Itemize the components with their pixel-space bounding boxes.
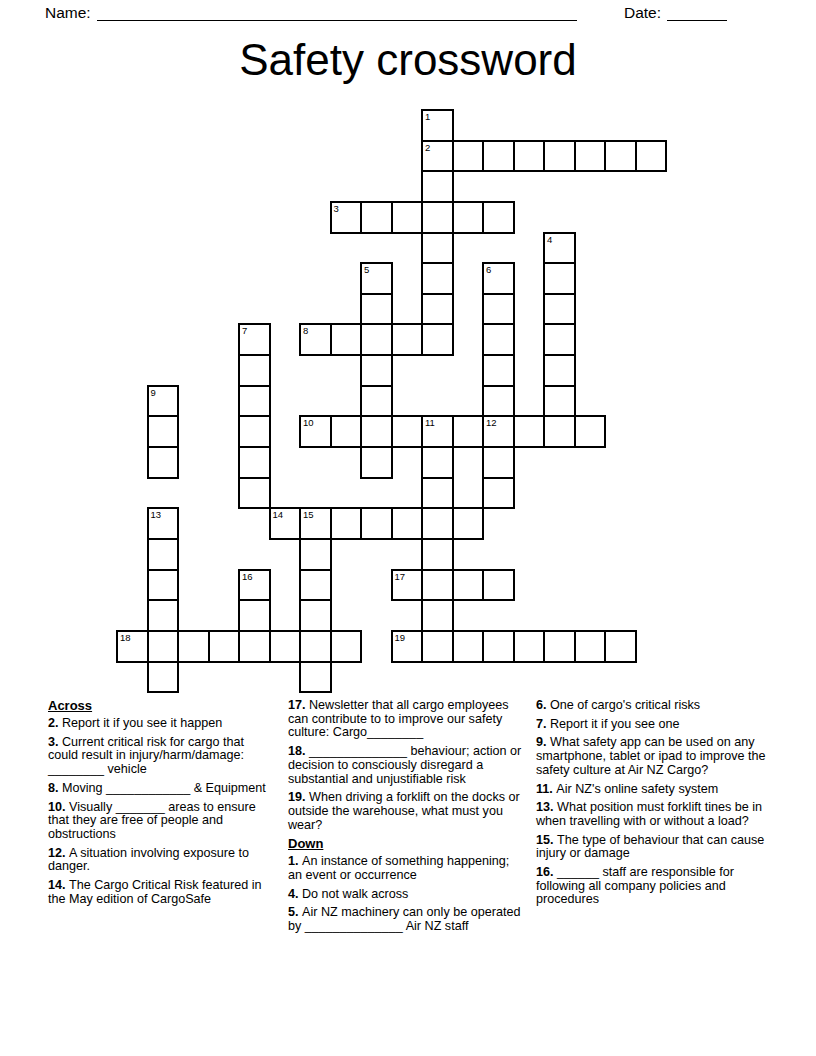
grid-cell-r5c8[interactable]: 5 xyxy=(361,263,392,294)
grid-cell-r3c9[interactable] xyxy=(392,202,423,233)
grid-cell-r16c6[interactable] xyxy=(300,600,331,631)
grid-cell-r10c12[interactable]: 12 xyxy=(483,416,514,447)
cell-number-19: 19 xyxy=(395,632,406,643)
grid-cell-r1c14[interactable] xyxy=(544,141,575,172)
name-blank-line xyxy=(97,6,577,21)
cell-number-3: 3 xyxy=(334,203,339,214)
grid-cell-r12c4[interactable] xyxy=(239,478,270,509)
grid-cell-r13c5[interactable]: 14 xyxy=(270,508,301,539)
clue-across-12: 12. A situation involving exposure to da… xyxy=(48,847,277,874)
grid-cell-r9c12[interactable] xyxy=(483,386,514,417)
clue-number-label: 1. xyxy=(288,854,302,868)
grid-cell-r10c14[interactable] xyxy=(544,416,575,447)
name-field: Name: xyxy=(45,4,577,21)
clue-number-label: 19. xyxy=(288,790,309,804)
down-header: Down xyxy=(288,837,525,851)
clue-down-7: 7. Report it if you see one xyxy=(536,718,771,732)
cell-number-10: 10 xyxy=(303,417,314,428)
grid-cell-r8c12[interactable] xyxy=(483,355,514,386)
grid-cell-r1c12[interactable] xyxy=(483,141,514,172)
grid-cell-r15c1[interactable] xyxy=(148,570,179,601)
clue-number-label: 11. xyxy=(536,782,556,796)
grid-cell-r7c12[interactable] xyxy=(483,324,514,355)
grid-cell-r7c8[interactable] xyxy=(361,324,392,355)
cell-number-7: 7 xyxy=(242,325,247,336)
cell-number-13: 13 xyxy=(151,509,162,520)
grid-cell-r13c1[interactable]: 13 xyxy=(148,508,179,539)
grid-cell-r17c12[interactable] xyxy=(483,631,514,662)
cell-number-12: 12 xyxy=(486,417,497,428)
grid-cell-r15c4[interactable]: 16 xyxy=(239,570,270,601)
grid-cell-r15c6[interactable] xyxy=(300,570,331,601)
cell-number-5: 5 xyxy=(364,264,369,275)
clue-number-label: 7. xyxy=(536,717,550,731)
grid-cell-r4c14[interactable]: 4 xyxy=(544,233,575,264)
crossword-grid: 12345678910111213141516171819 xyxy=(117,110,666,692)
grid-cell-r17c13[interactable] xyxy=(514,631,545,662)
grid-cell-r3c11[interactable] xyxy=(453,202,484,233)
grid-cell-r15c11[interactable] xyxy=(453,570,484,601)
grid-cell-r17c7[interactable] xyxy=(331,631,362,662)
grid-cell-r5c12[interactable]: 6 xyxy=(483,263,514,294)
grid-cell-r17c6[interactable] xyxy=(300,631,331,662)
cell-number-2: 2 xyxy=(425,142,430,153)
grid-cell-r8c14[interactable] xyxy=(544,355,575,386)
grid-cell-r17c16[interactable] xyxy=(605,631,636,662)
grid-cell-r17c11[interactable] xyxy=(453,631,484,662)
across-header: Across xyxy=(48,699,277,713)
grid-cell-r1c15[interactable] xyxy=(575,141,606,172)
grid-cell-r8c8[interactable] xyxy=(361,355,392,386)
grid-cell-r17c9[interactable]: 19 xyxy=(392,631,423,662)
grid-cell-r1c13[interactable] xyxy=(514,141,545,172)
grid-cell-r3c7[interactable]: 3 xyxy=(331,202,362,233)
grid-cell-r10c8[interactable] xyxy=(361,416,392,447)
clue-across-14: 14. The Cargo Critical Risk featured in … xyxy=(48,879,277,906)
grid-cell-r3c12[interactable] xyxy=(483,202,514,233)
cell-number-8: 8 xyxy=(303,325,308,336)
clue-number-label: 13. xyxy=(536,800,557,814)
grid-cell-r17c5[interactable] xyxy=(270,631,301,662)
grid-cell-r9c4[interactable] xyxy=(239,386,270,417)
clue-down-6: 6. One of cargo's critical risks xyxy=(536,699,771,713)
grid-cell-r18c6[interactable] xyxy=(300,662,331,693)
page-title: Safety crossword xyxy=(0,32,816,88)
grid-cell-r11c12[interactable] xyxy=(483,447,514,478)
clue-across-18: 18. ______________ behaviour; action or … xyxy=(288,745,525,786)
grid-cell-r10c10[interactable]: 11 xyxy=(422,416,453,447)
clue-number-label: 5. xyxy=(288,905,302,919)
name-label: Name: xyxy=(45,4,97,21)
grid-cell-r11c1[interactable] xyxy=(148,447,179,478)
date-blank-line xyxy=(667,6,727,21)
clue-number-label: 17. xyxy=(288,698,309,712)
grid-cell-r17c14[interactable] xyxy=(544,631,575,662)
grid-cell-r10c9[interactable] xyxy=(392,416,423,447)
grid-cell-r15c10[interactable] xyxy=(422,570,453,601)
grid-cell-r13c11[interactable] xyxy=(453,508,484,539)
grid-cell-r11c4[interactable] xyxy=(239,447,270,478)
clue-number-label: 4. xyxy=(288,887,302,901)
grid-cell-r10c6[interactable]: 10 xyxy=(300,416,331,447)
grid-cell-r1c11[interactable] xyxy=(453,141,484,172)
clue-down-16: 16. ______ staff are responsible for fol… xyxy=(536,866,771,907)
grid-cell-r7c7[interactable] xyxy=(331,324,362,355)
grid-cell-r1c16[interactable] xyxy=(605,141,636,172)
clue-down-4: 4. Do not walk across xyxy=(288,888,525,902)
grid-cell-r17c15[interactable] xyxy=(575,631,606,662)
grid-cell-r14c6[interactable] xyxy=(300,539,331,570)
grid-cell-r17c4[interactable] xyxy=(239,631,270,662)
grid-cell-r6c8[interactable] xyxy=(361,294,392,325)
clue-down-5: 5. Air NZ machinery can only be operated… xyxy=(288,906,525,933)
grid-cell-r6c12[interactable] xyxy=(483,294,514,325)
grid-cell-r0c10[interactable]: 1 xyxy=(422,110,453,141)
grid-cell-r6c14[interactable] xyxy=(544,294,575,325)
clue-across-17: 17. Newsletter that all cargo employees … xyxy=(288,699,525,740)
grid-cell-r17c0[interactable]: 18 xyxy=(117,631,148,662)
grid-cell-r10c1[interactable] xyxy=(148,416,179,447)
cell-number-14: 14 xyxy=(273,509,284,520)
clue-number-label: 6. xyxy=(536,698,550,712)
grid-cell-r18c1[interactable] xyxy=(148,662,179,693)
grid-cell-r3c8[interactable] xyxy=(361,202,392,233)
grid-cell-r17c1[interactable] xyxy=(148,631,179,662)
grid-cell-r8c4[interactable] xyxy=(239,355,270,386)
grid-cell-r15c9[interactable]: 17 xyxy=(392,570,423,601)
clue-number-label: 18. xyxy=(288,744,309,758)
grid-cell-r14c10[interactable] xyxy=(422,539,453,570)
grid-cell-r15c12[interactable] xyxy=(483,570,514,601)
clue-number-label: 3. xyxy=(48,735,62,749)
grid-cell-r17c10[interactable] xyxy=(422,631,453,662)
clue-number-label: 2. xyxy=(48,716,62,730)
grid-cell-r2c10[interactable] xyxy=(422,171,453,202)
clue-number-label: 15. xyxy=(536,833,557,847)
grid-cell-r5c14[interactable] xyxy=(544,263,575,294)
grid-cell-r13c10[interactable] xyxy=(422,508,453,539)
cell-number-15: 15 xyxy=(303,509,314,520)
clue-down-15: 15. The type of behaviour that can cause… xyxy=(536,834,771,861)
grid-cell-r4c10[interactable] xyxy=(422,233,453,264)
grid-cell-r10c15[interactable] xyxy=(575,416,606,447)
cell-number-18: 18 xyxy=(120,632,131,643)
grid-cell-r5c10[interactable] xyxy=(422,263,453,294)
cell-number-11: 11 xyxy=(425,417,435,428)
grid-cell-r10c13[interactable] xyxy=(514,416,545,447)
date-field: Date: xyxy=(624,4,727,21)
grid-cell-r10c11[interactable] xyxy=(453,416,484,447)
grid-cell-r7c14[interactable] xyxy=(544,324,575,355)
grid-cell-r11c8[interactable] xyxy=(361,447,392,478)
grid-cell-r9c14[interactable] xyxy=(544,386,575,417)
clue-column-across: Across2. Report it if you see it happen3… xyxy=(48,699,277,911)
grid-cell-r11c10[interactable] xyxy=(422,447,453,478)
clue-down-11: 11. Air NZ's online safety system xyxy=(536,783,771,797)
grid-cell-r16c10[interactable] xyxy=(422,600,453,631)
cell-number-9: 9 xyxy=(151,387,156,398)
grid-cell-r14c1[interactable] xyxy=(148,539,179,570)
clue-number-label: 14. xyxy=(48,878,69,892)
grid-cell-r1c10[interactable]: 2 xyxy=(422,141,453,172)
clue-column-middle: 17. Newsletter that all cargo employees … xyxy=(288,699,525,939)
grid-cell-r7c9[interactable] xyxy=(392,324,423,355)
clue-across-8: 8. Moving ____________ & Equipment xyxy=(48,782,277,796)
grid-cell-r16c4[interactable] xyxy=(239,600,270,631)
clue-number-label: 16. xyxy=(536,865,557,879)
clue-across-10: 10. Visually _______ areas to ensure tha… xyxy=(48,801,277,842)
grid-cell-r13c6[interactable]: 15 xyxy=(300,508,331,539)
clue-number-label: 8. xyxy=(48,781,62,795)
clue-across-19: 19. When driving a forklift on the docks… xyxy=(288,791,525,832)
clue-down-13: 13. What position must forklift tines be… xyxy=(536,801,771,828)
clue-number-label: 10. xyxy=(48,800,69,814)
clue-down-1: 1. An instance of something happening; a… xyxy=(288,855,525,882)
clue-number-label: 12. xyxy=(48,846,69,860)
grid-cell-r7c10[interactable] xyxy=(422,324,453,355)
grid-cell-r3c10[interactable] xyxy=(422,202,453,233)
grid-cell-r1c17[interactable] xyxy=(636,141,667,172)
cell-number-16: 16 xyxy=(242,571,253,582)
grid-cell-r6c10[interactable] xyxy=(422,294,453,325)
clue-across-3: 3. Current critical risk for cargo that … xyxy=(48,736,277,777)
cell-number-17: 17 xyxy=(395,571,406,582)
grid-cell-r12c10[interactable] xyxy=(422,478,453,509)
grid-cell-r7c6[interactable]: 8 xyxy=(300,324,331,355)
cell-number-1: 1 xyxy=(425,111,430,122)
grid-cell-r13c9[interactable] xyxy=(392,508,423,539)
grid-cell-r9c8[interactable] xyxy=(361,386,392,417)
cell-number-4: 4 xyxy=(547,234,552,245)
grid-cell-r16c1[interactable] xyxy=(148,600,179,631)
grid-cell-r13c7[interactable] xyxy=(331,508,362,539)
grid-cell-r7c4[interactable]: 7 xyxy=(239,324,270,355)
grid-cell-r10c4[interactable] xyxy=(239,416,270,447)
cell-number-6: 6 xyxy=(486,264,491,275)
grid-cell-r10c7[interactable] xyxy=(331,416,362,447)
date-label: Date: xyxy=(624,4,667,21)
grid-cell-r17c2[interactable] xyxy=(178,631,209,662)
clue-across-2: 2. Report it if you see it happen xyxy=(48,717,277,731)
grid-cell-r17c3[interactable] xyxy=(209,631,240,662)
clue-column-down: 6. One of cargo's critical risks7. Repor… xyxy=(536,699,771,912)
grid-cell-r12c12[interactable] xyxy=(483,478,514,509)
clue-down-9: 9. What safety app can be used on any sm… xyxy=(536,736,771,777)
grid-cell-r13c8[interactable] xyxy=(361,508,392,539)
clue-number-label: 9. xyxy=(536,735,550,749)
grid-cell-r9c1[interactable]: 9 xyxy=(148,386,179,417)
worksheet-header: Name: Date: xyxy=(45,4,727,21)
